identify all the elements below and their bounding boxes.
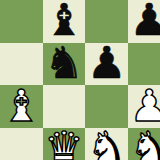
square-r3-c0[interactable]: [0, 128, 43, 160]
white-knight[interactable]: ♞: [130, 126, 160, 160]
square-r1-c2[interactable]: ♟: [85, 43, 128, 86]
black-knight[interactable]: ♞: [44, 41, 83, 85]
white-queen[interactable]: ♛: [44, 126, 83, 160]
square-r3-c1[interactable]: ♛: [43, 128, 86, 160]
white-bishop[interactable]: ♝: [2, 84, 41, 128]
chess-board: ♝♟♞♟♝♟♛♞♞: [0, 0, 160, 160]
black-pawn[interactable]: ♟: [87, 41, 126, 85]
white-pawn[interactable]: ♟: [130, 84, 160, 128]
square-r3-c3[interactable]: ♞: [128, 128, 160, 160]
square-r0-c3[interactable]: ♟: [128, 0, 160, 43]
white-knight[interactable]: ♞: [87, 126, 126, 160]
square-r2-c0[interactable]: ♝: [0, 85, 43, 128]
square-r0-c0[interactable]: [0, 0, 43, 43]
black-bishop[interactable]: ♝: [44, 0, 83, 42]
black-pawn[interactable]: ♟: [130, 0, 160, 42]
square-r3-c2[interactable]: ♞: [85, 128, 128, 160]
chess-board-viewport: ♝♟♞♟♝♟♛♞♞: [0, 0, 160, 160]
square-r1-c1[interactable]: ♞: [43, 43, 86, 86]
